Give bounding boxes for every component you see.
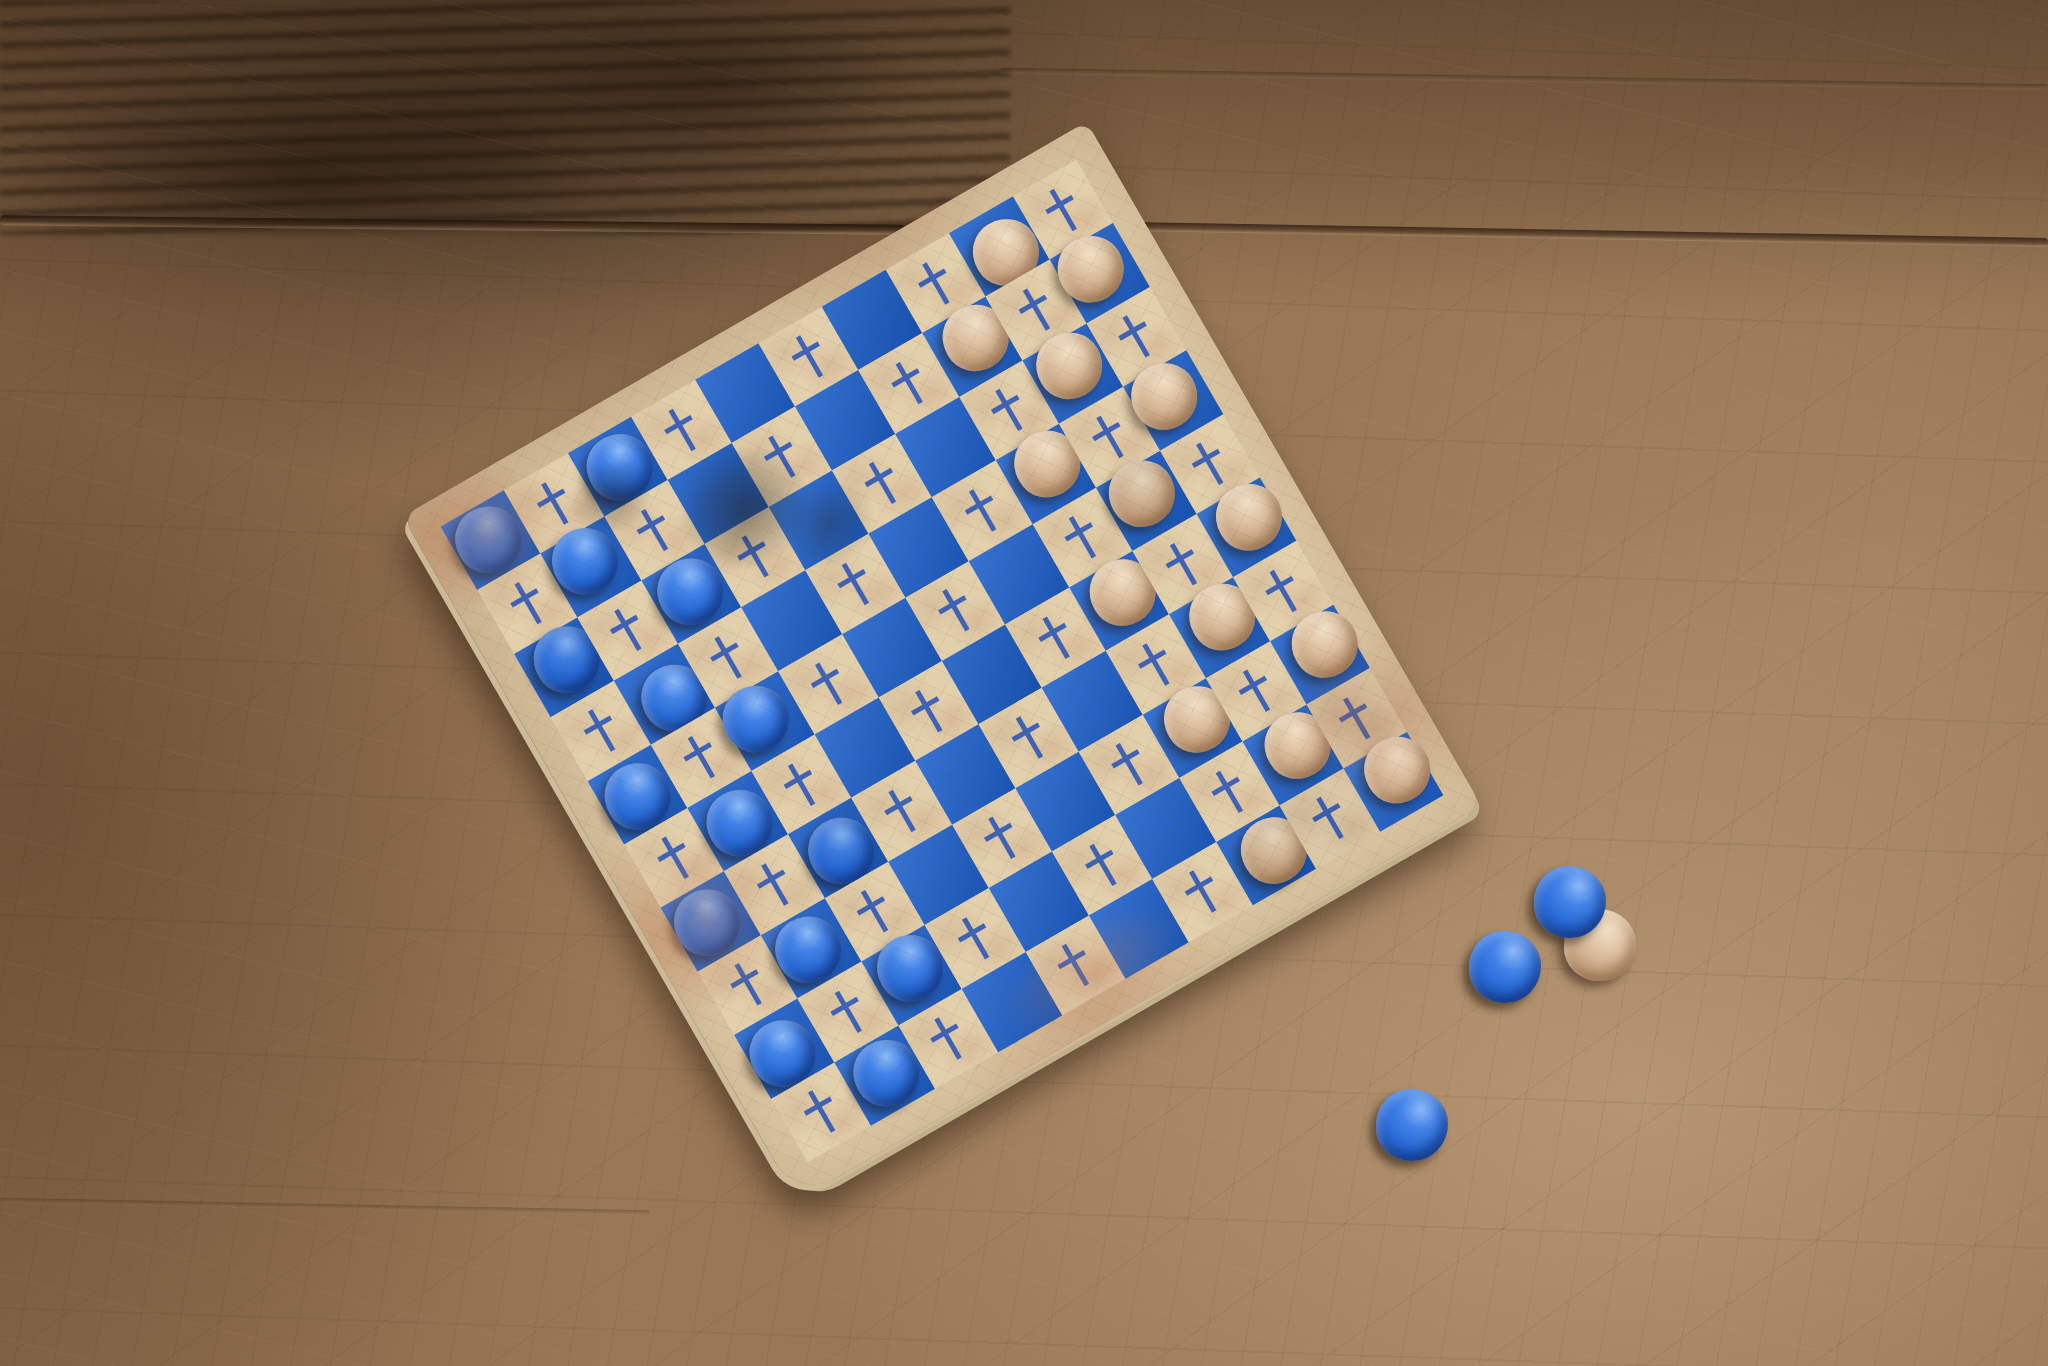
cross-mark <box>930 583 981 639</box>
cross-mark <box>876 783 927 839</box>
cross-mark <box>656 402 707 458</box>
cross-mark <box>703 629 754 685</box>
cross-mark <box>722 957 773 1013</box>
cross-mark <box>1231 664 1282 720</box>
cross-mark <box>1084 409 1135 465</box>
cross-mark <box>903 683 954 739</box>
cross-mark <box>1111 309 1162 365</box>
board-grid <box>441 160 1444 1163</box>
cross-mark <box>649 830 700 886</box>
plank-seam <box>1125 222 2048 247</box>
cross-mark <box>857 456 908 512</box>
cross-mark <box>984 382 1035 438</box>
cross-mark <box>529 475 580 531</box>
plank-seam <box>1000 68 2048 90</box>
loose-blue-checker[interactable] <box>1534 866 1606 938</box>
cross-mark <box>1177 864 1228 920</box>
wood-table <box>0 0 2048 1366</box>
cross-mark <box>1104 737 1155 793</box>
cross-mark <box>1038 182 1089 238</box>
cross-mark <box>776 757 827 813</box>
cross-mark <box>783 329 834 385</box>
cross-mark <box>1011 282 1062 338</box>
game-board <box>402 121 1481 1200</box>
cross-mark <box>502 576 553 632</box>
charred-grain-band <box>0 0 1010 235</box>
cross-mark <box>602 603 653 659</box>
cross-mark <box>1003 710 1054 766</box>
cross-mark <box>1258 563 1309 619</box>
cross-mark <box>1131 637 1182 693</box>
cross-mark <box>576 703 627 759</box>
cross-mark <box>676 730 727 786</box>
cross-mark <box>629 502 680 558</box>
cross-mark <box>1331 690 1382 746</box>
cross-mark <box>1030 610 1081 666</box>
cross-mark <box>884 356 935 412</box>
cross-mark <box>849 884 900 940</box>
cross-mark <box>977 810 1028 866</box>
cross-mark <box>823 984 874 1040</box>
plank-seam <box>0 215 905 234</box>
cross-mark <box>950 911 1001 967</box>
cross-mark <box>957 483 1008 539</box>
cross-mark <box>1204 764 1255 820</box>
cross-mark <box>796 1084 847 1140</box>
cross-mark <box>1050 937 1101 993</box>
cross-mark <box>803 656 854 712</box>
cross-mark <box>1304 791 1355 847</box>
cross-mark <box>756 429 807 485</box>
loose-blue-checker[interactable] <box>1376 1089 1448 1161</box>
cross-mark <box>1057 510 1108 566</box>
cross-mark <box>749 857 800 913</box>
cross-mark <box>730 529 781 585</box>
loose-blue-checker[interactable] <box>1469 931 1541 1003</box>
cross-mark <box>830 556 881 612</box>
cross-mark <box>1184 436 1235 492</box>
cross-mark <box>910 255 961 311</box>
plank-seam <box>0 1198 650 1215</box>
cross-mark <box>1077 837 1128 893</box>
cross-mark <box>1157 536 1208 592</box>
cross-mark <box>923 1011 974 1067</box>
